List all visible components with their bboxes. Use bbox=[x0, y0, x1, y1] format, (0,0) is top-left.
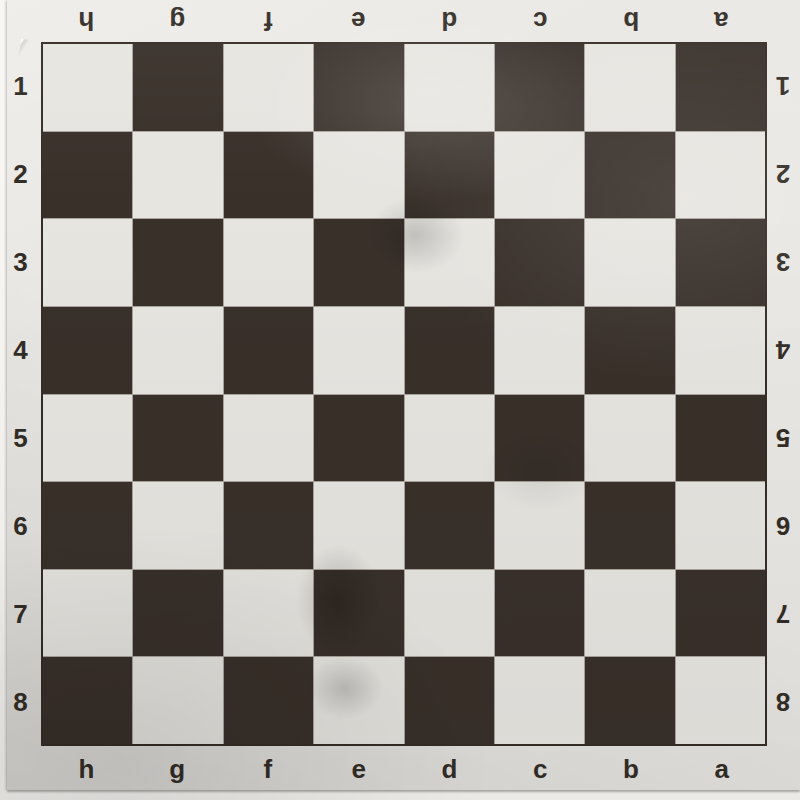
square-d5[interactable] bbox=[405, 395, 494, 482]
square-h7[interactable] bbox=[43, 570, 132, 657]
rank-label-2: 2 bbox=[0, 130, 41, 218]
square-c2[interactable] bbox=[495, 132, 584, 219]
file-label-f: f bbox=[223, 745, 314, 793]
file-label-g: g bbox=[132, 745, 223, 793]
square-a4[interactable] bbox=[676, 307, 765, 394]
square-f1[interactable] bbox=[224, 44, 313, 131]
square-a2[interactable] bbox=[676, 132, 765, 219]
square-d8[interactable] bbox=[405, 657, 494, 744]
file-label-d: d bbox=[404, 0, 495, 42]
square-g1[interactable] bbox=[133, 44, 222, 131]
square-f7[interactable] bbox=[224, 570, 313, 657]
file-label-c: c bbox=[495, 745, 586, 793]
square-g4[interactable] bbox=[133, 307, 222, 394]
square-d7[interactable] bbox=[405, 570, 494, 657]
square-e1[interactable] bbox=[314, 44, 403, 131]
square-d1[interactable] bbox=[405, 44, 494, 131]
rank-label-3: 3 bbox=[766, 218, 800, 306]
square-e7[interactable] bbox=[314, 570, 403, 657]
square-c5[interactable] bbox=[495, 395, 584, 482]
square-b3[interactable] bbox=[585, 219, 674, 306]
square-f5[interactable] bbox=[224, 395, 313, 482]
square-e8[interactable] bbox=[314, 657, 403, 744]
square-e3[interactable] bbox=[314, 219, 403, 306]
square-e5[interactable] bbox=[314, 395, 403, 482]
square-b4[interactable] bbox=[585, 307, 674, 394]
square-g3[interactable] bbox=[133, 219, 222, 306]
file-label-d: d bbox=[404, 745, 495, 793]
square-g8[interactable] bbox=[133, 657, 222, 744]
square-c1[interactable] bbox=[495, 44, 584, 131]
square-g7[interactable] bbox=[133, 570, 222, 657]
rank-label-8: 8 bbox=[0, 658, 41, 746]
file-label-b: b bbox=[586, 0, 677, 42]
rank-label-1: 1 bbox=[766, 42, 800, 130]
rank-labels-right: 12345678 bbox=[766, 42, 800, 746]
square-h8[interactable] bbox=[43, 657, 132, 744]
square-a1[interactable] bbox=[676, 44, 765, 131]
file-label-e: e bbox=[313, 745, 404, 793]
square-f3[interactable] bbox=[224, 219, 313, 306]
file-label-a: a bbox=[676, 0, 767, 42]
square-a7[interactable] bbox=[676, 570, 765, 657]
square-d2[interactable] bbox=[405, 132, 494, 219]
rank-label-3: 3 bbox=[0, 218, 41, 306]
square-f8[interactable] bbox=[224, 657, 313, 744]
square-h6[interactable] bbox=[43, 482, 132, 569]
rank-label-2: 2 bbox=[766, 130, 800, 218]
square-d6[interactable] bbox=[405, 482, 494, 569]
square-f2[interactable] bbox=[224, 132, 313, 219]
file-label-h: h bbox=[41, 0, 132, 42]
square-a8[interactable] bbox=[676, 657, 765, 744]
file-label-f: f bbox=[223, 0, 314, 42]
file-labels-top: hgfedcba bbox=[41, 0, 767, 42]
file-label-e: e bbox=[313, 0, 404, 42]
square-b8[interactable] bbox=[585, 657, 674, 744]
square-g6[interactable] bbox=[133, 482, 222, 569]
square-b7[interactable] bbox=[585, 570, 674, 657]
file-label-b: b bbox=[586, 745, 677, 793]
square-e4[interactable] bbox=[314, 307, 403, 394]
square-h4[interactable] bbox=[43, 307, 132, 394]
rank-label-5: 5 bbox=[0, 394, 41, 482]
square-c4[interactable] bbox=[495, 307, 584, 394]
square-b6[interactable] bbox=[585, 482, 674, 569]
square-d4[interactable] bbox=[405, 307, 494, 394]
square-a6[interactable] bbox=[676, 482, 765, 569]
file-label-g: g bbox=[132, 0, 223, 42]
square-e2[interactable] bbox=[314, 132, 403, 219]
rank-label-1: 1 bbox=[0, 42, 41, 130]
square-b5[interactable] bbox=[585, 395, 674, 482]
rank-labels-left: 12345678 bbox=[0, 42, 41, 746]
square-g5[interactable] bbox=[133, 395, 222, 482]
board bbox=[41, 42, 767, 746]
square-h3[interactable] bbox=[43, 219, 132, 306]
rank-label-6: 6 bbox=[766, 482, 800, 570]
rank-label-8: 8 bbox=[766, 658, 800, 746]
square-c3[interactable] bbox=[495, 219, 584, 306]
square-d3[interactable] bbox=[405, 219, 494, 306]
square-c8[interactable] bbox=[495, 657, 584, 744]
square-h5[interactable] bbox=[43, 395, 132, 482]
square-c6[interactable] bbox=[495, 482, 584, 569]
file-label-a: a bbox=[676, 745, 767, 793]
square-g2[interactable] bbox=[133, 132, 222, 219]
rank-label-4: 4 bbox=[766, 306, 800, 394]
rank-label-7: 7 bbox=[0, 570, 41, 658]
rank-label-6: 6 bbox=[0, 482, 41, 570]
square-c7[interactable] bbox=[495, 570, 584, 657]
square-h2[interactable] bbox=[43, 132, 132, 219]
square-a5[interactable] bbox=[676, 395, 765, 482]
file-label-c: c bbox=[495, 0, 586, 42]
square-f4[interactable] bbox=[224, 307, 313, 394]
square-a3[interactable] bbox=[676, 219, 765, 306]
square-f6[interactable] bbox=[224, 482, 313, 569]
file-labels-bottom: hgfedcba bbox=[41, 745, 767, 793]
rank-label-5: 5 bbox=[766, 394, 800, 482]
square-h1[interactable] bbox=[43, 44, 132, 131]
file-label-h: h bbox=[41, 745, 132, 793]
rank-label-7: 7 bbox=[766, 570, 800, 658]
square-b2[interactable] bbox=[585, 132, 674, 219]
square-e6[interactable] bbox=[314, 482, 403, 569]
board-photo: hgfedcba 12345678 12345678 hgfedcba bbox=[0, 0, 800, 800]
square-b1[interactable] bbox=[585, 44, 674, 131]
rank-label-4: 4 bbox=[0, 306, 41, 394]
